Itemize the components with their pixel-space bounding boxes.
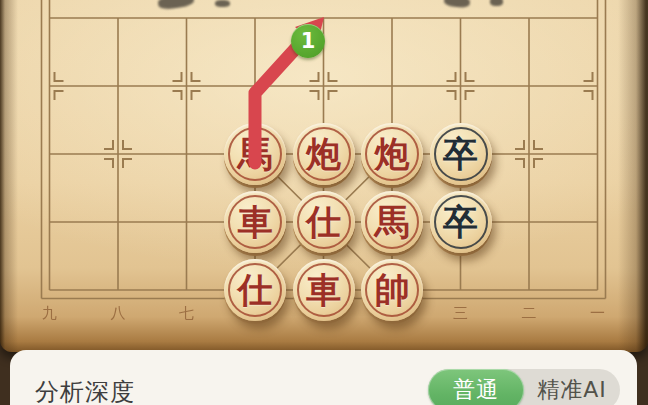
piece-character: 仕 xyxy=(238,272,273,307)
piece-character: 卒 xyxy=(443,136,478,171)
piece-character: 帥 xyxy=(375,272,410,307)
move-number-badge: 1 xyxy=(291,24,325,58)
piece-black-soldier[interactable]: 卒 xyxy=(430,191,492,253)
toggle-option-normal[interactable]: 普通 xyxy=(428,369,524,405)
piece-character: 炮 xyxy=(306,136,341,171)
file-label-1: 一 xyxy=(587,304,609,323)
piece-red-chariot[interactable]: 車 xyxy=(224,191,286,253)
piece-character: 馬 xyxy=(375,204,410,239)
piece-character: 炮 xyxy=(375,136,410,171)
piece-red-chariot[interactable]: 車 xyxy=(293,259,355,321)
file-label-9: 九 xyxy=(39,304,61,323)
file-label-8: 八 xyxy=(107,304,129,323)
piece-black-soldier[interactable]: 卒 xyxy=(430,123,492,185)
piece-character: 馬 xyxy=(238,136,273,171)
depth-toggle[interactable]: 普通 精准AI xyxy=(428,369,620,405)
file-label-7: 七 xyxy=(176,304,198,323)
river-text-fragment xyxy=(215,0,230,7)
analysis-depth-label: 分析深度 xyxy=(35,376,135,405)
river-text-fragment xyxy=(490,0,503,6)
file-label-2: 二 xyxy=(518,304,540,323)
xiangqi-board[interactable]: 九八七六五四三二一 馬炮炮卒車仕馬卒仕車帥 1 xyxy=(0,0,648,352)
piece-character: 卒 xyxy=(443,204,478,239)
piece-red-advisor[interactable]: 仕 xyxy=(293,191,355,253)
file-label-3: 三 xyxy=(450,304,472,323)
piece-red-horse[interactable]: 馬 xyxy=(361,191,423,253)
analysis-panel: 分析深度 普通 精准AI xyxy=(10,350,637,405)
piece-character: 車 xyxy=(306,272,341,307)
piece-red-general[interactable]: 帥 xyxy=(361,259,423,321)
piece-red-advisor[interactable]: 仕 xyxy=(224,259,286,321)
toggle-option-precise-ai[interactable]: 精准AI xyxy=(524,369,620,405)
piece-red-cannon[interactable]: 炮 xyxy=(293,123,355,185)
piece-red-horse[interactable]: 馬 xyxy=(224,123,286,185)
piece-red-cannon[interactable]: 炮 xyxy=(361,123,423,185)
piece-character: 仕 xyxy=(306,204,341,239)
piece-character: 車 xyxy=(238,204,273,239)
